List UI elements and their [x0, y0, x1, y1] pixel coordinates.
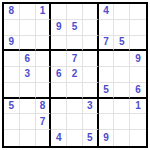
cell-r3c5[interactable] — [67, 36, 83, 52]
cell-r7c7[interactable] — [99, 99, 115, 115]
cell-r9c3[interactable] — [36, 130, 52, 146]
cell-r6c6[interactable] — [83, 83, 99, 99]
cell-r3c9[interactable] — [130, 36, 146, 52]
cell-r4c5[interactable]: 7 — [67, 51, 83, 67]
cell-r4c9[interactable]: 9 — [130, 51, 146, 67]
cell-r4c7[interactable] — [99, 51, 115, 67]
cell-r7c1[interactable]: 5 — [4, 99, 20, 115]
cell-r3c8[interactable]: 5 — [114, 36, 130, 52]
cell-r3c7[interactable]: 7 — [99, 36, 115, 52]
cell-r6c8[interactable] — [114, 83, 130, 99]
cell-r5c4[interactable]: 6 — [51, 67, 67, 83]
cell-r9c1[interactable] — [4, 130, 20, 146]
cell-r3c3[interactable] — [36, 36, 52, 52]
cell-r1c6[interactable] — [83, 4, 99, 20]
cell-r2c8[interactable] — [114, 20, 130, 36]
cell-r1c2[interactable] — [20, 4, 36, 20]
cell-r6c2[interactable] — [20, 83, 36, 99]
cell-r4c4[interactable] — [51, 51, 67, 67]
cell-r5c2[interactable]: 3 — [20, 67, 36, 83]
cell-r3c2[interactable] — [20, 36, 36, 52]
cell-r6c1[interactable] — [4, 83, 20, 99]
cell-r8c7[interactable] — [99, 114, 115, 130]
cell-r8c9[interactable] — [130, 114, 146, 130]
cell-r2c7[interactable] — [99, 20, 115, 36]
cell-r6c5[interactable] — [67, 83, 83, 99]
cell-r2c9[interactable] — [130, 20, 146, 36]
cell-r8c8[interactable] — [114, 114, 130, 130]
cell-r5c9[interactable] — [130, 67, 146, 83]
cell-r7c6[interactable]: 3 — [83, 99, 99, 115]
cell-r6c7[interactable]: 5 — [99, 83, 115, 99]
cell-r4c8[interactable] — [114, 51, 130, 67]
cell-r1c8[interactable] — [114, 4, 130, 20]
cell-r5c8[interactable] — [114, 67, 130, 83]
cell-r1c9[interactable] — [130, 4, 146, 20]
cell-r7c4[interactable] — [51, 99, 67, 115]
cell-r3c4[interactable] — [51, 36, 67, 52]
cell-r9c4[interactable]: 4 — [51, 130, 67, 146]
cell-r9c5[interactable] — [67, 130, 83, 146]
cell-r8c1[interactable] — [4, 114, 20, 130]
cell-r3c6[interactable] — [83, 36, 99, 52]
cell-r5c3[interactable] — [36, 67, 52, 83]
cell-r1c7[interactable]: 4 — [99, 4, 115, 20]
cell-r9c9[interactable] — [130, 130, 146, 146]
cell-r1c5[interactable] — [67, 4, 83, 20]
cell-r4c6[interactable] — [83, 51, 99, 67]
cell-r6c9[interactable]: 6 — [130, 83, 146, 99]
cell-r8c5[interactable] — [67, 114, 83, 130]
cell-r3c1[interactable]: 9 — [4, 36, 20, 52]
cell-r2c4[interactable]: 9 — [51, 20, 67, 36]
cell-r8c6[interactable] — [83, 114, 99, 130]
cell-r9c6[interactable]: 5 — [83, 130, 99, 146]
cell-r7c9[interactable]: 1 — [130, 99, 146, 115]
cell-r4c1[interactable] — [4, 51, 20, 67]
cell-r8c4[interactable] — [51, 114, 67, 130]
cell-r8c2[interactable] — [20, 114, 36, 130]
cell-r9c2[interactable] — [20, 130, 36, 146]
cell-r5c6[interactable] — [83, 67, 99, 83]
cell-r5c1[interactable] — [4, 67, 20, 83]
sudoku-board: 814959756793625658317459 — [2, 2, 148, 148]
cell-r2c1[interactable] — [4, 20, 20, 36]
cell-r2c2[interactable] — [20, 20, 36, 36]
cell-r2c5[interactable]: 5 — [67, 20, 83, 36]
cell-r7c2[interactable] — [20, 99, 36, 115]
cell-r2c6[interactable] — [83, 20, 99, 36]
cell-r9c8[interactable] — [114, 130, 130, 146]
cell-r4c3[interactable] — [36, 51, 52, 67]
cell-r5c7[interactable] — [99, 67, 115, 83]
cell-r9c7[interactable]: 9 — [99, 130, 115, 146]
cell-r4c2[interactable]: 6 — [20, 51, 36, 67]
cell-r8c3[interactable]: 7 — [36, 114, 52, 130]
cell-r1c3[interactable]: 1 — [36, 4, 52, 20]
cell-r6c3[interactable] — [36, 83, 52, 99]
cell-r6c4[interactable] — [51, 83, 67, 99]
cell-r2c3[interactable] — [36, 20, 52, 36]
cell-r1c1[interactable]: 8 — [4, 4, 20, 20]
cell-r5c5[interactable]: 2 — [67, 67, 83, 83]
cell-r7c3[interactable]: 8 — [36, 99, 52, 115]
cell-r7c8[interactable] — [114, 99, 130, 115]
cell-r7c5[interactable] — [67, 99, 83, 115]
cell-r1c4[interactable] — [51, 4, 67, 20]
